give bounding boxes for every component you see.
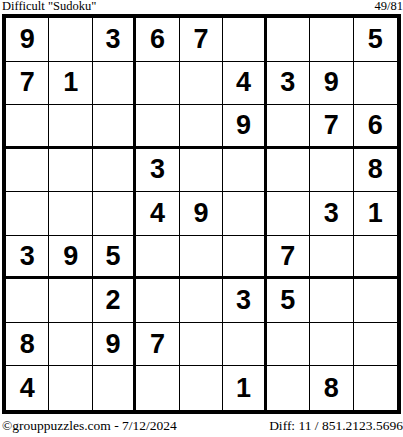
cell-r1c2[interactable] (49, 18, 92, 62)
cell-r9c6[interactable]: 1 (223, 366, 266, 410)
cell-r7c7[interactable]: 5 (267, 279, 310, 323)
cell-r8c7[interactable] (267, 323, 310, 367)
cell-r7c2[interactable] (49, 279, 92, 323)
cell-r1c7[interactable] (267, 18, 310, 62)
cell-r8c9[interactable] (354, 323, 397, 367)
header: Difficult "Sudoku" 49/81 (0, 0, 403, 14)
cell-r7c1[interactable] (6, 279, 49, 323)
cell-r1c9[interactable]: 5 (354, 18, 397, 62)
cell-r6c8[interactable] (310, 236, 353, 280)
cell-r8c4[interactable]: 7 (136, 323, 179, 367)
cell-r4c4[interactable]: 3 (136, 149, 179, 193)
cell-r6c9[interactable] (354, 236, 397, 280)
cell-r1c5[interactable]: 7 (180, 18, 223, 62)
cell-r8c1[interactable]: 8 (6, 323, 49, 367)
cell-r2c5[interactable] (180, 62, 223, 106)
cell-r9c4[interactable] (136, 366, 179, 410)
cell-r4c3[interactable] (93, 149, 136, 193)
difficulty-info: Diff: 11 / 851.2123.5696 (269, 418, 403, 434)
cell-r5c7[interactable] (267, 192, 310, 236)
puzzle-title: Difficult "Sudoku" (2, 0, 96, 13)
cell-r2c9[interactable] (354, 62, 397, 106)
cell-r4c5[interactable] (180, 149, 223, 193)
cell-r3c5[interactable] (180, 105, 223, 149)
cell-r9c8[interactable]: 8 (310, 366, 353, 410)
cell-r7c5[interactable] (180, 279, 223, 323)
cell-r7c4[interactable] (136, 279, 179, 323)
cell-r5c3[interactable] (93, 192, 136, 236)
cell-r1c3[interactable]: 3 (93, 18, 136, 62)
cell-r6c1[interactable]: 3 (6, 236, 49, 280)
copyright-date: ©grouppuzzles.com - 7/12/2024 (2, 418, 177, 434)
cell-r8c3[interactable]: 9 (93, 323, 136, 367)
cell-r2c3[interactable] (93, 62, 136, 106)
cell-r1c8[interactable] (310, 18, 353, 62)
cell-r6c2[interactable]: 9 (49, 236, 92, 280)
cell-r3c7[interactable] (267, 105, 310, 149)
cell-r5c8[interactable]: 3 (310, 192, 353, 236)
cell-r5c2[interactable] (49, 192, 92, 236)
cell-r7c9[interactable] (354, 279, 397, 323)
cell-r3c1[interactable] (6, 105, 49, 149)
cell-r9c5[interactable] (180, 366, 223, 410)
cell-r2c1[interactable]: 7 (6, 62, 49, 106)
cell-r3c8[interactable]: 7 (310, 105, 353, 149)
cell-r2c7[interactable]: 3 (267, 62, 310, 106)
cell-r5c6[interactable] (223, 192, 266, 236)
cell-r8c2[interactable] (49, 323, 92, 367)
cell-r8c8[interactable] (310, 323, 353, 367)
cell-r3c4[interactable] (136, 105, 179, 149)
cell-r8c6[interactable] (223, 323, 266, 367)
footer: ©grouppuzzles.com - 7/12/2024 Diff: 11 /… (0, 414, 403, 437)
cell-r3c3[interactable] (93, 105, 136, 149)
cell-r3c9[interactable]: 6 (354, 105, 397, 149)
sudoku-page: Difficult "Sudoku" 49/81 936757143997638… (0, 0, 403, 437)
cell-r3c6[interactable]: 9 (223, 105, 266, 149)
cell-r5c4[interactable]: 4 (136, 192, 179, 236)
cell-r1c6[interactable] (223, 18, 266, 62)
cell-r9c7[interactable] (267, 366, 310, 410)
cell-r6c5[interactable] (180, 236, 223, 280)
cell-r6c4[interactable] (136, 236, 179, 280)
cell-r4c1[interactable] (6, 149, 49, 193)
cell-r9c2[interactable] (49, 366, 92, 410)
cell-r2c4[interactable] (136, 62, 179, 106)
cell-r4c9[interactable]: 8 (354, 149, 397, 193)
cell-r7c8[interactable] (310, 279, 353, 323)
empty-cell-counter: 49/81 (375, 0, 403, 13)
cell-r1c1[interactable]: 9 (6, 18, 49, 62)
cell-r4c7[interactable] (267, 149, 310, 193)
cell-r5c5[interactable]: 9 (180, 192, 223, 236)
cell-r9c1[interactable]: 4 (6, 366, 49, 410)
cell-r6c3[interactable]: 5 (93, 236, 136, 280)
sudoku-grid: 93675714399763849313957235897418 (2, 14, 401, 414)
cell-r5c9[interactable]: 1 (354, 192, 397, 236)
cell-r5c1[interactable] (6, 192, 49, 236)
cell-r9c3[interactable] (93, 366, 136, 410)
cell-r9c9[interactable] (354, 366, 397, 410)
cell-r6c7[interactable]: 7 (267, 236, 310, 280)
cell-r4c6[interactable] (223, 149, 266, 193)
cell-r2c8[interactable]: 9 (310, 62, 353, 106)
cell-r7c3[interactable]: 2 (93, 279, 136, 323)
cell-r7c6[interactable]: 3 (223, 279, 266, 323)
cell-r4c2[interactable] (49, 149, 92, 193)
cell-r8c5[interactable] (180, 323, 223, 367)
cell-r3c2[interactable] (49, 105, 92, 149)
cell-r4c8[interactable] (310, 149, 353, 193)
cell-r2c6[interactable]: 4 (223, 62, 266, 106)
cell-r6c6[interactable] (223, 236, 266, 280)
cell-r1c4[interactable]: 6 (136, 18, 179, 62)
cell-r2c2[interactable]: 1 (49, 62, 92, 106)
